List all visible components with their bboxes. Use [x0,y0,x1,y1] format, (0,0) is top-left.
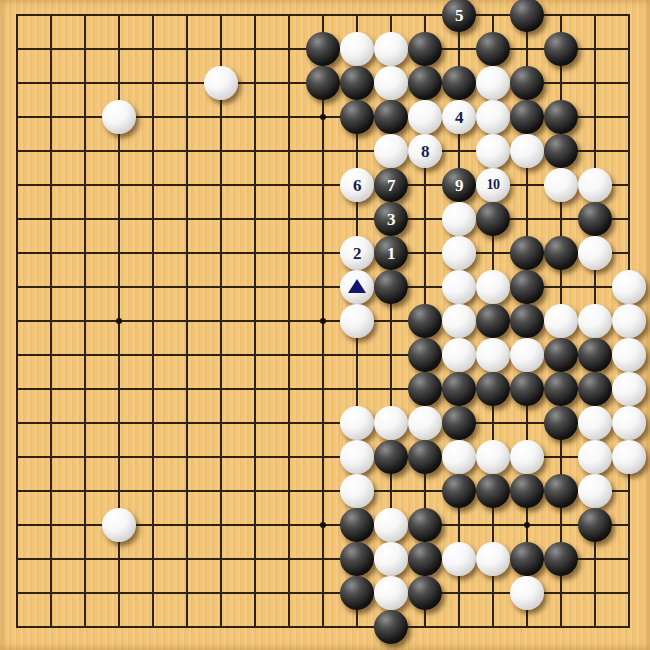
black-stone [408,508,442,542]
white-stone: 8 [408,134,442,168]
white-stone [340,32,374,66]
white-stone [578,168,612,202]
black-stone [408,576,442,610]
white-stone [510,134,544,168]
go-board[interactable]: 54867910321 [0,0,650,650]
white-stone [374,406,408,440]
move-number-label: 10 [487,178,500,192]
black-stone [408,372,442,406]
white-stone [340,406,374,440]
black-stone [340,66,374,100]
black-stone [408,542,442,576]
grid-line-horizontal [16,626,630,628]
white-stone [578,474,612,508]
black-stone [510,372,544,406]
white-stone [102,508,136,542]
star-point [320,522,326,528]
black-stone [408,32,442,66]
white-stone [102,100,136,134]
black-stone: 5 [442,0,476,32]
move-number-label: 4 [455,109,463,126]
white-stone [476,270,510,304]
black-stone [544,134,578,168]
black-stone [374,440,408,474]
black-stone [510,100,544,134]
black-stone [544,474,578,508]
white-stone [340,440,374,474]
white-stone [374,66,408,100]
black-stone [544,100,578,134]
move-number-label: 2 [353,245,361,262]
black-stone [510,236,544,270]
white-stone [442,236,476,270]
black-stone [544,236,578,270]
white-stone: 2 [340,236,374,270]
white-stone [374,576,408,610]
white-stone: 4 [442,100,476,134]
white-stone [442,338,476,372]
white-stone [374,542,408,576]
white-stone [204,66,238,100]
black-stone [340,508,374,542]
white-stone [612,406,646,440]
black-stone [544,338,578,372]
white-stone [442,270,476,304]
white-stone [612,304,646,338]
move-number-label: 9 [455,177,463,194]
star-point [320,114,326,120]
white-stone [476,440,510,474]
black-stone [408,338,442,372]
black-stone [340,100,374,134]
white-stone [510,576,544,610]
white-stone [578,440,612,474]
black-stone [578,338,612,372]
triangle-mark [348,279,366,293]
black-stone [306,66,340,100]
white-stone [374,32,408,66]
black-stone [340,542,374,576]
move-number-label: 7 [387,177,395,194]
black-stone [442,66,476,100]
white-stone [340,304,374,338]
white-stone [578,236,612,270]
white-stone [578,406,612,440]
black-stone [578,202,612,236]
white-stone [476,338,510,372]
white-stone [510,440,544,474]
white-stone [612,270,646,304]
white-stone [612,440,646,474]
move-number-label: 3 [387,211,395,228]
black-stone [340,576,374,610]
black-stone [476,202,510,236]
black-stone [544,32,578,66]
white-stone [340,474,374,508]
black-stone [408,66,442,100]
black-stone [578,508,612,542]
black-stone: 7 [374,168,408,202]
black-stone [408,304,442,338]
white-stone: 6 [340,168,374,202]
move-number-label: 6 [353,177,361,194]
white-stone [408,406,442,440]
black-stone [442,406,476,440]
white-stone [408,100,442,134]
star-point [524,522,530,528]
white-stone [442,440,476,474]
black-stone [374,270,408,304]
black-stone [374,100,408,134]
move-number-label: 5 [455,7,463,24]
white-stone [612,372,646,406]
black-stone [510,270,544,304]
black-stone [374,610,408,644]
white-stone [544,168,578,202]
black-stone [544,406,578,440]
white-stone [442,202,476,236]
white-stone [612,338,646,372]
black-stone: 9 [442,168,476,202]
black-stone [544,542,578,576]
black-stone: 1 [374,236,408,270]
white-stone [442,304,476,338]
white-stone [544,304,578,338]
black-stone [442,474,476,508]
black-stone: 3 [374,202,408,236]
move-number-label: 1 [387,245,395,262]
star-point [320,318,326,324]
black-stone [544,372,578,406]
black-stone [510,304,544,338]
grid-line-horizontal [16,422,630,424]
white-stone [476,542,510,576]
black-stone [476,474,510,508]
white-stone [476,134,510,168]
black-stone [476,304,510,338]
white-stone [442,542,476,576]
white-stone [578,304,612,338]
white-stone [510,338,544,372]
black-stone [476,372,510,406]
black-stone [510,542,544,576]
black-stone [510,474,544,508]
star-point [116,318,122,324]
white-stone [476,100,510,134]
black-stone [510,66,544,100]
white-stone [476,66,510,100]
black-stone [476,32,510,66]
black-stone [306,32,340,66]
white-stone [374,134,408,168]
black-stone [408,440,442,474]
black-stone [442,372,476,406]
white-stone: 10 [476,168,510,202]
black-stone [510,0,544,32]
move-number-label: 8 [421,143,429,160]
black-stone [578,372,612,406]
white-stone [374,508,408,542]
white-stone [340,270,374,304]
